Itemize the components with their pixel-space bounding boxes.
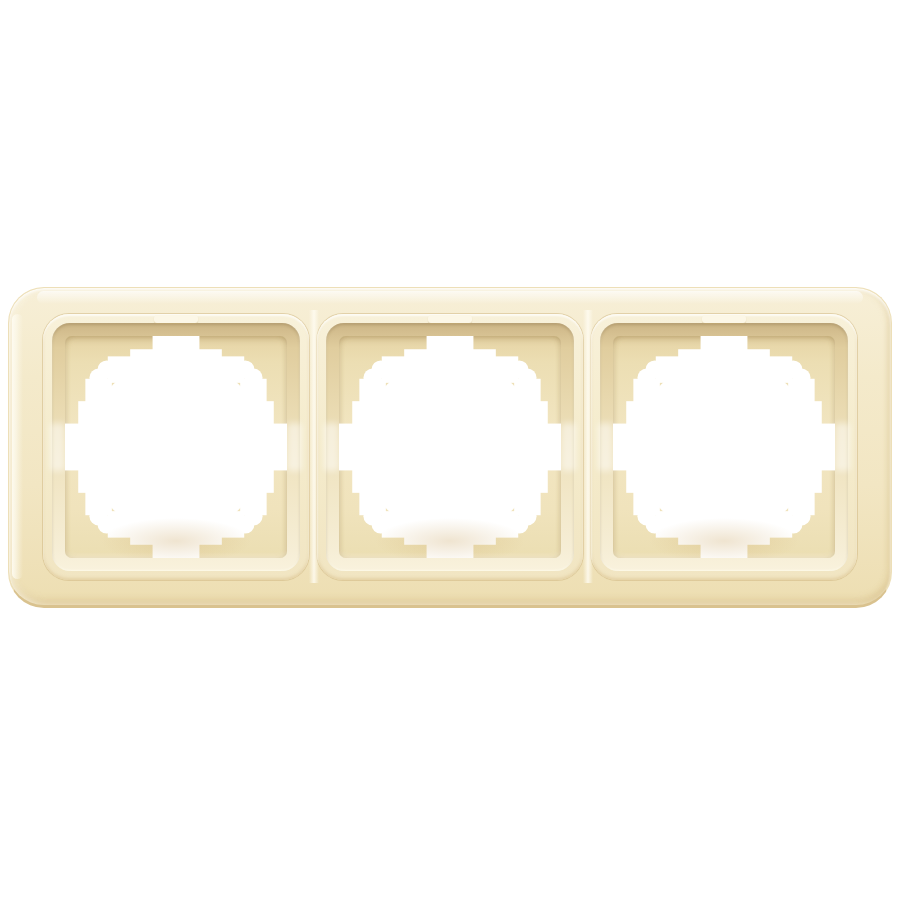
window-recess-floor: [613, 336, 835, 558]
rim-notch: [428, 315, 472, 323]
frame-window-center: [317, 314, 583, 580]
window-recess-floor: [339, 336, 561, 558]
rim-notch: [702, 315, 746, 323]
frame-window-left: [43, 314, 309, 580]
frame-window-right: [591, 314, 857, 580]
socket-cutout: [65, 336, 287, 558]
product-photo: [0, 0, 900, 900]
switch-frame-plate: [8, 287, 892, 608]
socket-cutout: [339, 336, 561, 558]
rim-notch: [154, 315, 198, 323]
socket-cutout: [613, 336, 835, 558]
window-recess-floor: [65, 336, 287, 558]
